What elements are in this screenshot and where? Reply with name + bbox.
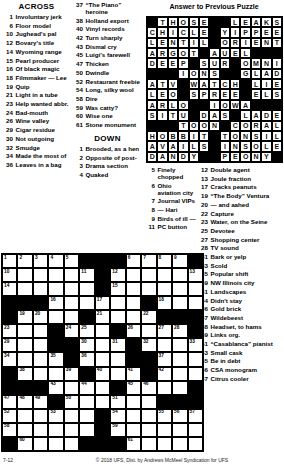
answer-cell-r4c1: A [147, 48, 157, 58]
clue-text: Turn sharply [86, 35, 143, 42]
puzzle-cell-r10c9[interactable]: 45 [126, 381, 141, 395]
clue-text: PC button [158, 224, 197, 231]
puzzle-cell-r10c1 [2, 381, 17, 395]
answer-cell-r2c11: P [251, 27, 261, 37]
clue-3: 3Drama section [73, 163, 142, 170]
puzzle-cell-r4c5[interactable] [64, 296, 79, 310]
answer-cell-r6c3 [168, 69, 178, 79]
puzzle-cell-r6c3[interactable] [33, 324, 48, 338]
puzzle-cell-r12c8[interactable]: 54 [110, 409, 125, 423]
puzzle-cell-r14c9[interactable]: 61 [126, 437, 141, 451]
clue-text: Headset, to hams [211, 324, 284, 331]
puzzle-cell-r2c6[interactable]: 11 [79, 268, 94, 282]
puzzle-cell-r6c11[interactable]: 27 [157, 324, 172, 338]
answer-cell-r9c9: W [230, 100, 240, 110]
puzzle-cell-r10c11[interactable] [157, 381, 172, 395]
puzzle-cell-r1c9[interactable]: 6 [126, 254, 141, 268]
puzzle-cell-r2c3[interactable] [33, 268, 48, 282]
puzzle-cell-r3c10[interactable] [141, 282, 156, 296]
cell-number: 46 [143, 382, 148, 387]
clue-35: 35Popular shift [198, 271, 283, 278]
puzzle-cell-r11c5[interactable]: 50 [64, 395, 79, 409]
clue-number: 45 [73, 52, 83, 59]
puzzle-cell-r14c11[interactable] [157, 437, 172, 451]
puzzle-cell-r9c8[interactable] [110, 367, 125, 381]
answer-cell-r11c11: R [251, 121, 261, 131]
puzzle-cell-r3c5[interactable] [64, 282, 79, 296]
puzzle-cell-r13c2[interactable] [17, 423, 32, 437]
puzzle-cell-r4c6[interactable] [79, 296, 94, 310]
puzzle-cell-r13c4[interactable] [48, 423, 63, 437]
clue-number: 54 [73, 87, 83, 94]
clue-number: 6 [147, 183, 155, 197]
answer-cell-r2c3: I [168, 27, 178, 37]
answer-cell-r8c11: E [251, 89, 261, 99]
answer-cell-r11c13: L [272, 121, 282, 131]
puzzle-cell-r12c3[interactable] [33, 409, 48, 423]
puzzle-cell-r2c4[interactable] [48, 268, 63, 282]
puzzle-cell-r6c6[interactable]: 25 [79, 324, 94, 338]
answer-cell-r2c8: Y [220, 27, 230, 37]
puzzle-cell-r13c13[interactable] [188, 423, 203, 437]
puzzle-cell-r2c11[interactable] [157, 268, 172, 282]
clue-6: 6Floor model [3, 23, 70, 30]
clue-text: Cigar residue [16, 127, 71, 134]
clue-58: 58Dire [73, 96, 142, 103]
answer-cell-r7c6: A [199, 79, 209, 89]
puzzle-cell-r10c7[interactable] [95, 381, 110, 395]
puzzle-cell-r13c3[interactable] [33, 423, 48, 437]
clue-27: 27Shopping center [198, 237, 283, 244]
answer-cell-r5c5 [189, 58, 199, 68]
answer-cell-r12c8: T [220, 131, 230, 141]
cell-number: 50 [66, 396, 71, 401]
clue-28: 28TV sound [198, 245, 283, 252]
clue-number: 3 [73, 163, 83, 170]
answer-cell-r12c11: S [251, 131, 261, 141]
clue-38: 38Holland export [73, 18, 142, 25]
clue-41: 41Landscapes [198, 289, 283, 296]
puzzle-cell-r5c3[interactable]: 20 [33, 310, 48, 324]
answer-cell-r13c3: A [168, 141, 178, 151]
puzzle-cell-r2c1[interactable]: 10 [2, 268, 17, 282]
answer-cell-r13c5: L [189, 141, 199, 151]
clue-52: 52Restaurant freebie [73, 79, 142, 86]
puzzle-cell-r9c2[interactable]: 38 [17, 367, 32, 381]
puzzle-cell-r11c7[interactable] [95, 395, 110, 409]
answer-cell-r5c3: E [168, 58, 178, 68]
puzzle-cell-r11c6[interactable] [79, 395, 94, 409]
answer-cell-r14c6 [199, 152, 209, 162]
puzzle-cell-r13c11[interactable] [157, 423, 172, 437]
clue-20: 20— and aahed [198, 202, 283, 209]
puzzle-cell-r3c6[interactable] [79, 282, 94, 296]
puzzle-cell-r5c1 [2, 310, 17, 324]
cell-number: 40 [97, 368, 102, 373]
clue-text: Was catty? [86, 105, 143, 112]
puzzle-cell-r12c6[interactable] [79, 409, 94, 423]
clue-number: 23 [198, 219, 208, 226]
puzzle-cell-r13c6[interactable] [79, 423, 94, 437]
answer-cell-r12c7 [209, 131, 219, 141]
cell-number: 53 [50, 410, 55, 415]
clue-34: 34Made the most of [3, 153, 70, 160]
answer-cell-r13c12: L [261, 141, 271, 151]
clue-24: 24Bad-mouth [3, 110, 70, 117]
puzzle-cell-r1c10[interactable]: 7 [141, 254, 156, 268]
puzzle-cell-r12c5[interactable] [64, 409, 79, 423]
clue-number: 24 [3, 110, 13, 117]
puzzle-cell-r1c1[interactable]: 1 [2, 254, 17, 268]
puzzle-cell-r2c8[interactable]: 12 [110, 268, 125, 282]
puzzle-cell-r8c6[interactable]: 36 [79, 352, 94, 366]
puzzle-cell-r3c12[interactable] [172, 282, 187, 296]
answer-cell-r13c10: S [240, 141, 250, 151]
puzzle-cell-r1c4[interactable]: 4 [48, 254, 63, 268]
puzzle-cell-r12c2[interactable] [17, 409, 32, 423]
puzzle-cell-r14c10[interactable] [141, 437, 156, 451]
puzzle-cell-r1c11[interactable]: 8 [157, 254, 172, 268]
puzzle-cell-r8c12[interactable] [172, 352, 187, 366]
puzzle-cell-r12c13[interactable]: 57 [188, 409, 203, 423]
puzzle-cell-r5c11 [157, 310, 172, 324]
puzzle-cell-r6c7[interactable] [95, 324, 110, 338]
puzzle-cell-r7c13[interactable]: 33 [188, 338, 203, 352]
puzzle-cell-r10c10[interactable]: 46 [141, 381, 156, 395]
puzzle-cell-r5c5[interactable] [64, 310, 79, 324]
puzzle-cell-r4c12[interactable] [172, 296, 187, 310]
answer-cell-r14c9: E [230, 152, 240, 162]
puzzle-cell-r4c10 [141, 296, 156, 310]
puzzle-cell-r8c8[interactable] [110, 352, 125, 366]
puzzle-cell-r2c2[interactable] [17, 268, 32, 282]
clue-12: 12Double agent [198, 167, 283, 174]
clue-60: 60Wise one [73, 113, 142, 120]
clue-42: 42Turn sharply [73, 35, 142, 42]
puzzle-cell-r2c9[interactable] [126, 268, 141, 282]
answer-cell-r3c2: E [157, 38, 167, 48]
puzzle-cell-r7c10[interactable]: 32 [141, 338, 156, 352]
puzzle-cell-r10c5[interactable] [64, 381, 79, 395]
clue-text: Birds of ill — [158, 216, 197, 223]
puzzle-cell-r4c4[interactable]: 16 [48, 296, 63, 310]
puzzle-cell-r9c11[interactable]: 42 [157, 367, 172, 381]
clue-text: Luigi's farewell [86, 52, 143, 59]
clue-text: Wine valley [16, 118, 71, 125]
answer-cell-r5c10: O [240, 58, 250, 68]
answer-cell-r13c6: S [199, 141, 209, 151]
answer-cell-r12c6: T [199, 131, 209, 141]
answer-cell-r1c8 [220, 17, 230, 27]
puzzle-cell-r14c2[interactable]: 60 [17, 437, 32, 451]
puzzle-cell-r2c13[interactable]: 13 [188, 268, 203, 282]
clue-56: 56CSA monogram [198, 367, 283, 374]
puzzle-cell-r6c8 [110, 324, 125, 338]
cell-number: 38 [19, 368, 24, 373]
answer-cell-r14c8: P [220, 152, 230, 162]
cell-number: 32 [143, 340, 148, 345]
answer-cell-r2c10: P [240, 27, 250, 37]
answer-cell-r12c13: L [272, 131, 282, 141]
answer-cell-r10c4: U [178, 110, 188, 120]
puzzle-cell-r5c7[interactable]: 21 [95, 310, 110, 324]
puzzle-cell-r4c9[interactable] [126, 296, 141, 310]
clue-column-down-4: 12Double agent13Joule fraction17Cracks p… [198, 167, 283, 385]
puzzle-cell-r6c2[interactable] [17, 324, 32, 338]
answer-cell-r14c2: A [157, 152, 167, 162]
answer-cell-r5c9 [230, 58, 240, 68]
puzzle-cell-r1c5[interactable]: 5 [64, 254, 79, 268]
puzzle-cell-r5c9[interactable] [126, 310, 141, 324]
puzzle-cell-r5c13 [188, 310, 203, 324]
puzzle-cell-r11c1[interactable]: 47 [2, 395, 17, 409]
cell-number: 51 [112, 396, 117, 401]
puzzle-cell-r9c3[interactable] [33, 367, 48, 381]
answer-cell-r2c5: L [189, 27, 199, 37]
puzzle-cell-r1c12[interactable]: 9 [172, 254, 187, 268]
puzzle-cell-r6c1[interactable]: 23 [2, 324, 17, 338]
cell-number: 18 [159, 298, 164, 303]
answer-cell-r11c7: N [209, 121, 219, 131]
puzzle-cell-r3c11[interactable] [157, 282, 172, 296]
answer-cell-r11c8 [220, 121, 230, 131]
down-header: DOWN [73, 134, 142, 143]
cell-number: 4 [50, 256, 53, 261]
answer-cell-r12c2: O [157, 131, 167, 141]
puzzle-cell-r4c7[interactable]: 17 [95, 296, 110, 310]
answer-cell-r2c4: C [178, 27, 188, 37]
clue-47: 47Wildebeest [198, 315, 283, 322]
puzzle-cell-r2c5[interactable] [64, 268, 79, 282]
puzzle-cell-r6c5[interactable]: 24 [64, 324, 79, 338]
clue-number: 6 [3, 23, 13, 30]
puzzle-cell-r4c13[interactable] [188, 296, 203, 310]
answer-cell-r5c12: N [261, 58, 271, 68]
clue-48: 48Headset, to hams [198, 324, 283, 331]
puzzle-cell-r13c5[interactable] [64, 423, 79, 437]
clue-text: Cracks peanuts [211, 184, 284, 191]
puzzle-cell-r12c12[interactable]: 56 [172, 409, 187, 423]
clue-number: 34 [3, 153, 13, 160]
cell-number: 61 [128, 438, 133, 443]
puzzle-cell-r11c2[interactable]: 48 [17, 395, 32, 409]
answer-cell-r13c7 [209, 141, 219, 151]
answer-cell-r1c11: A [251, 17, 261, 27]
clue-number: 11 [147, 224, 155, 231]
puzzle-cell-r9c12[interactable] [172, 367, 187, 381]
puzzle-cell-r2c12[interactable] [172, 268, 187, 282]
puzzle-cell-r8c3[interactable] [33, 352, 48, 366]
puzzle-cell-r14c3[interactable] [33, 437, 48, 451]
clue-number: 9 [147, 216, 155, 223]
puzzle-cell-r7c8[interactable]: 31 [110, 338, 125, 352]
puzzle-cell-r7c6[interactable]: 30 [79, 338, 94, 352]
answer-cell-r11c4: T [178, 121, 188, 131]
answer-cell-r8c5: S [189, 89, 199, 99]
puzzle-cell-r10c6[interactable]: 44 [79, 381, 94, 395]
clue-59: 59Was catty? [73, 105, 142, 112]
answer-cell-r5c4: P [178, 58, 188, 68]
puzzle-cell-r7c7[interactable] [95, 338, 110, 352]
answer-cell-r2c6: E [199, 27, 209, 37]
puzzle-cell-r3c13[interactable] [188, 282, 203, 296]
answer-cell-r2c2: H [157, 27, 167, 37]
puzzle-cell-r13c9[interactable] [126, 423, 141, 437]
puzzle-cell-r8c2[interactable] [17, 352, 32, 366]
puzzle-cell-r10c12[interactable] [172, 381, 187, 395]
puzzle-cell-r4c8[interactable] [110, 296, 125, 310]
answer-cell-r10c6: D [199, 110, 209, 120]
puzzle-cell-r12c1[interactable]: 52 [2, 409, 17, 423]
puzzle-cell-r8c4[interactable]: 35 [48, 352, 63, 366]
puzzle-cell-r1c2[interactable]: 2 [17, 254, 32, 268]
puzzle-cell-r12c9[interactable] [126, 409, 141, 423]
puzzle-cell-r8c7[interactable] [95, 352, 110, 366]
clue-text: Brooded, as a hen [86, 146, 143, 153]
puzzle-cell-r4c11[interactable]: 18 [157, 296, 172, 310]
clue-text: Involuntary jerk [16, 14, 71, 21]
puzzle-cell-r11c9[interactable] [126, 395, 141, 409]
answer-cell-r1c1 [147, 17, 157, 27]
puzzle-cell-r13c8[interactable]: 59 [110, 423, 125, 437]
cell-number: 55 [159, 410, 164, 415]
answer-cell-r3c7 [209, 38, 219, 48]
puzzle-cell-r9c7[interactable]: 40 [95, 367, 110, 381]
puzzle-cell-r3c1[interactable]: 14 [2, 282, 17, 296]
puzzle-cell-r14c13[interactable] [188, 437, 203, 451]
clue-text: Water, on the Seine [211, 219, 284, 226]
puzzle-cell-r12c4[interactable]: 53 [48, 409, 63, 423]
clue-8: 8— Hari [147, 207, 196, 214]
puzzle-cell-r11c3[interactable]: 49 [33, 395, 48, 409]
puzzle-cell-r7c12[interactable] [172, 338, 187, 352]
answer-cell-r12c3: B [168, 131, 178, 141]
puzzle-cell-r5c4[interactable] [48, 310, 63, 324]
answer-cell-r5c11: M [251, 58, 261, 68]
puzzle-cell-r5c12 [172, 310, 187, 324]
clue-number: 22 [198, 211, 208, 218]
puzzle-cell-r9c5[interactable]: 39 [64, 367, 79, 381]
clue-51: 51“Casablanca” pianist [198, 341, 283, 348]
puzzle-cell-r7c2[interactable] [17, 338, 32, 352]
puzzle-cell-r9c4[interactable] [48, 367, 63, 381]
across-clues-part2: 37“The Piano” heroine38Holland export40V… [73, 2, 142, 129]
cell-number: 57 [190, 410, 195, 415]
answer-cell-r14c5: Y [189, 152, 199, 162]
clue-number: 7 [147, 198, 155, 205]
puzzle-cell-r1c3[interactable]: 3 [33, 254, 48, 268]
puzzle-cell-r7c3[interactable] [33, 338, 48, 352]
answer-cell-r9c5 [189, 100, 199, 110]
puzzle-date-code: 7-12 [3, 457, 13, 463]
clue-number: 17 [198, 184, 208, 191]
clue-column-mixed-2: 37“The Piano” heroine38Holland export40V… [73, 2, 142, 181]
puzzle-cell-r14c4[interactable] [48, 437, 63, 451]
puzzle-cell-r6c9[interactable]: 26 [126, 324, 141, 338]
puzzle-cell-r5c10[interactable]: 22 [141, 310, 156, 324]
clue-text: Long, silky wool [86, 87, 143, 94]
answer-cell-r7c7: T [209, 79, 219, 89]
answer-cell-r6c8 [220, 69, 230, 79]
puzzle-cell-r11c8[interactable]: 51 [110, 395, 125, 409]
puzzle-cell-r3c4[interactable] [48, 282, 63, 296]
clue-number: 47 [73, 61, 83, 68]
cell-number: 11 [81, 270, 86, 275]
puzzle-cell-r3c3[interactable] [33, 282, 48, 296]
answer-cell-r13c4: I [178, 141, 188, 151]
puzzle-cell-r13c10[interactable] [141, 423, 156, 437]
clue-number: 38 [73, 18, 83, 25]
puzzle-cell-r8c1[interactable]: 34 [2, 352, 17, 366]
puzzle-cell-r6c12[interactable]: 28 [172, 324, 187, 338]
puzzle-cell-r7c11[interactable] [157, 338, 172, 352]
puzzle-cell-r3c2[interactable] [17, 282, 32, 296]
puzzle-cell-r8c13[interactable] [188, 352, 203, 366]
answer-cell-r8c13: S [272, 89, 282, 99]
puzzle-cell-r1c6 [79, 254, 94, 268]
clue-text: Stone monument [86, 122, 143, 129]
clue-44: 44Didn't stay [198, 298, 283, 305]
answer-cell-r6c6: N [199, 69, 209, 79]
clue-text: Smudge [16, 145, 71, 152]
answer-cell-r9c13 [272, 100, 282, 110]
clue-45: 45Luigi's farewell [73, 52, 142, 59]
puzzle-cell-r14c5[interactable] [64, 437, 79, 451]
puzzle-cell-r1c7 [95, 254, 110, 268]
puzzle-cell-r12c10[interactable] [141, 409, 156, 423]
puzzle-cell-r10c4[interactable]: 43 [48, 381, 63, 395]
clue-number: 20 [198, 202, 208, 209]
puzzle-cell-r9c9[interactable]: 41 [126, 367, 141, 381]
clue-text: Devotee [211, 228, 284, 235]
answer-cell-r14c13 [272, 152, 282, 162]
clue-9: 9Birds of ill — [147, 216, 196, 223]
puzzle-cell-r8c11[interactable]: 37 [157, 352, 172, 366]
puzzle-cell-r3c8[interactable]: 15 [110, 282, 125, 296]
puzzle-cell-r3c9[interactable] [126, 282, 141, 296]
puzzle-cell-r6c10[interactable] [141, 324, 156, 338]
answer-cell-r7c9: H [230, 79, 240, 89]
puzzle-cell-r5c2[interactable]: 19 [17, 310, 32, 324]
puzzle-cell-r7c1[interactable]: 29 [2, 338, 17, 352]
puzzle-cell-r13c1[interactable]: 58 [2, 423, 17, 437]
puzzle-cell-r14c12[interactable] [172, 437, 187, 451]
answer-cell-r1c13: S [272, 17, 282, 27]
puzzle-cell-r4c3 [33, 296, 48, 310]
answer-cell-r9c2: R [157, 100, 167, 110]
answer-cell-r3c11: E [251, 38, 261, 48]
puzzle-cell-r11c10[interactable] [141, 395, 156, 409]
clue-11: 11PC button [147, 224, 196, 231]
answer-cell-r9c7: I [209, 100, 219, 110]
clue-33: 33Scold [198, 263, 283, 270]
answer-cell-r7c12: I [261, 79, 271, 89]
puzzle-cell-r2c7 [95, 268, 110, 282]
puzzle-cell-r5c8[interactable] [110, 310, 125, 324]
answer-cell-r3c8: O [220, 38, 230, 48]
answer-cell-r1c3: H [168, 17, 178, 27]
cell-number: 1 [4, 256, 7, 261]
puzzle-cell-r13c12[interactable] [172, 423, 187, 437]
answer-cell-r11c9: C [230, 121, 240, 131]
answer-cell-r12c9: O [230, 131, 240, 141]
answer-cell-r2c13: E [272, 27, 282, 37]
puzzle-cell-r12c11[interactable]: 55 [157, 409, 172, 423]
clue-number: 52 [73, 79, 83, 86]
puzzle-cell-r9c13[interactable] [188, 367, 203, 381]
clue-14: 14Wyoming range [3, 49, 70, 56]
puzzle-cell-r2c10[interactable] [141, 268, 156, 282]
